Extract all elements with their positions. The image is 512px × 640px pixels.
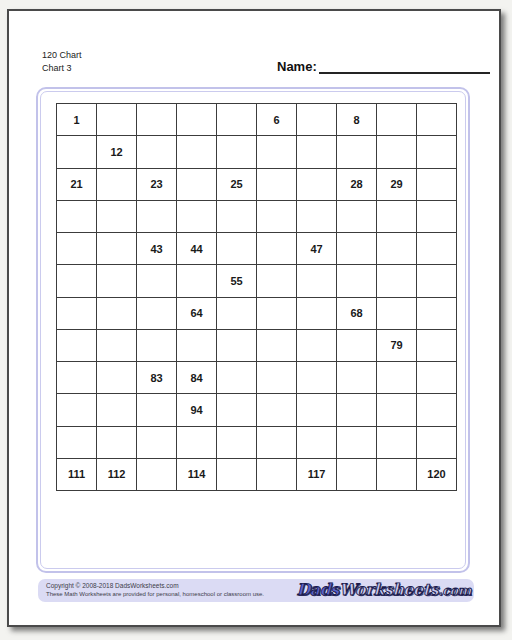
- grid-cell-r2c3[interactable]: [137, 136, 177, 168]
- grid-cell-r9c8[interactable]: [337, 362, 377, 394]
- grid-cell-r2c8[interactable]: [337, 136, 377, 168]
- grid-cell-r10c1[interactable]: [57, 394, 97, 426]
- grid-cell-r5c1[interactable]: [57, 233, 97, 265]
- grid-cell-r9c7[interactable]: [297, 362, 337, 394]
- grid-cell-r3c8: 28: [337, 169, 377, 201]
- grid-cell-r7c10[interactable]: [417, 298, 457, 330]
- grid-cell-r9c10[interactable]: [417, 362, 457, 394]
- logo-dads-text: Dads: [296, 580, 338, 599]
- grid-cell-r1c7[interactable]: [297, 104, 337, 136]
- grid-cell-r9c2[interactable]: [97, 362, 137, 394]
- grid-cell-r8c9: 79: [377, 330, 417, 362]
- grid-cell-r4c5[interactable]: [217, 201, 257, 233]
- grid-cell-r5c4: 44: [177, 233, 217, 265]
- grid-cell-r4c1[interactable]: [57, 201, 97, 233]
- grid-cell-r11c5[interactable]: [217, 427, 257, 459]
- grid-cell-r7c9[interactable]: [377, 298, 417, 330]
- grid-cell-r6c9[interactable]: [377, 265, 417, 297]
- grid-cell-r5c8[interactable]: [337, 233, 377, 265]
- name-label: Name:: [277, 59, 317, 74]
- grid-cell-r1c10[interactable]: [417, 104, 457, 136]
- grid-cell-r1c3[interactable]: [137, 104, 177, 136]
- grid-cell-r10c5[interactable]: [217, 394, 257, 426]
- grid-cell-r2c1[interactable]: [57, 136, 97, 168]
- grid-cell-r9c5[interactable]: [217, 362, 257, 394]
- grid-cell-r9c6[interactable]: [257, 362, 297, 394]
- logo-worksheets-text: Worksheets: [339, 580, 438, 599]
- grid-cell-r5c6[interactable]: [257, 233, 297, 265]
- grid-cell-r4c4[interactable]: [177, 201, 217, 233]
- grid-cell-r7c5[interactable]: [217, 298, 257, 330]
- grid-cell-r6c1[interactable]: [57, 265, 97, 297]
- grid-cell-r7c3[interactable]: [137, 298, 177, 330]
- grid-cell-r1c8: 8: [337, 104, 377, 136]
- grid-cell-r7c4: 64: [177, 298, 217, 330]
- grid-cell-r12c8[interactable]: [337, 459, 377, 491]
- copyright-line-2: These Math Worksheets are provided for p…: [46, 590, 264, 598]
- grid-cell-r3c4[interactable]: [177, 169, 217, 201]
- grid-cell-r8c2[interactable]: [97, 330, 137, 362]
- grid-cell-r12c3[interactable]: [137, 459, 177, 491]
- grid-cell-r4c9[interactable]: [377, 201, 417, 233]
- grid-cell-r2c10[interactable]: [417, 136, 457, 168]
- grid-cell-r3c3: 23: [137, 169, 177, 201]
- grid-cell-r6c10[interactable]: [417, 265, 457, 297]
- grid-cell-r7c7[interactable]: [297, 298, 337, 330]
- grid-cell-r10c9[interactable]: [377, 394, 417, 426]
- grid-cell-r7c6[interactable]: [257, 298, 297, 330]
- name-field: Name:: [277, 58, 490, 74]
- grid-cell-r11c9[interactable]: [377, 427, 417, 459]
- grid-cell-r8c5[interactable]: [217, 330, 257, 362]
- grid-cell-r7c1[interactable]: [57, 298, 97, 330]
- grid-cell-r8c8[interactable]: [337, 330, 377, 362]
- grid-cell-r12c10: 120: [417, 459, 457, 491]
- grid-cell-r2c5[interactable]: [217, 136, 257, 168]
- grid-cell-r12c6[interactable]: [257, 459, 297, 491]
- dadsworksheets-logo: DadsWorksheets.com: [296, 575, 471, 605]
- grid-cell-r1c4[interactable]: [177, 104, 217, 136]
- grid-cell-r4c2[interactable]: [97, 201, 137, 233]
- grid-cell-r3c7[interactable]: [297, 169, 337, 201]
- grid-cell-r9c1[interactable]: [57, 362, 97, 394]
- worksheet-page: 120 Chart Chart 3 Name: 1681221232528294…: [7, 9, 501, 627]
- copyright-text: Copyright © 2008-2018 DadsWorksheets.com…: [46, 582, 264, 598]
- grid-cell-r2c7[interactable]: [297, 136, 337, 168]
- grid-cell-r5c3: 43: [137, 233, 177, 265]
- grid-cell-r4c3[interactable]: [137, 201, 177, 233]
- grid-cell-r11c4[interactable]: [177, 427, 217, 459]
- grid-cell-r12c7: 117: [297, 459, 337, 491]
- grid-cell-r12c1: 111: [57, 459, 97, 491]
- grid-cell-r12c9[interactable]: [377, 459, 417, 491]
- grid-cell-r7c8: 68: [337, 298, 377, 330]
- grid-cell-r2c6[interactable]: [257, 136, 297, 168]
- worksheet-header: 120 Chart Chart 3: [42, 49, 82, 75]
- grid-cell-r2c9[interactable]: [377, 136, 417, 168]
- grid-cell-r8c1[interactable]: [57, 330, 97, 362]
- grid-cell-r10c2[interactable]: [97, 394, 137, 426]
- grid-cell-r8c3[interactable]: [137, 330, 177, 362]
- grid-cell-r10c6[interactable]: [257, 394, 297, 426]
- grid-cell-r5c2[interactable]: [97, 233, 137, 265]
- worksheet-screenshot: 120 Chart Chart 3 Name: 1681221232528294…: [0, 0, 512, 640]
- grid-cell-r3c1: 21: [57, 169, 97, 201]
- grid-cell-r9c4: 84: [177, 362, 217, 394]
- grid-cell-r6c5: 55: [217, 265, 257, 297]
- grid-cell-r11c3[interactable]: [137, 427, 177, 459]
- grid-cell-r5c5[interactable]: [217, 233, 257, 265]
- grid-cell-r10c10[interactable]: [417, 394, 457, 426]
- grid-cell-r12c2: 112: [97, 459, 137, 491]
- grid-cell-r3c9: 29: [377, 169, 417, 201]
- grid-cell-r3c6[interactable]: [257, 169, 297, 201]
- grid-cell-r11c10[interactable]: [417, 427, 457, 459]
- grid-cell-r2c4[interactable]: [177, 136, 217, 168]
- grid-cell-r2c2: 12: [97, 136, 137, 168]
- grid-cell-r11c2[interactable]: [97, 427, 137, 459]
- grid-cell-r1c6: 6: [257, 104, 297, 136]
- grid-cell-r10c4: 94: [177, 394, 217, 426]
- worksheet-title: 120 Chart: [42, 49, 82, 62]
- grid-cell-r8c7[interactable]: [297, 330, 337, 362]
- grid-cell-r6c2[interactable]: [97, 265, 137, 297]
- grid-cell-r5c7: 47: [297, 233, 337, 265]
- grid-cell-r7c2[interactable]: [97, 298, 137, 330]
- grid-cell-r11c6[interactable]: [257, 427, 297, 459]
- grid-cell-r9c9[interactable]: [377, 362, 417, 394]
- grid-cell-r3c10[interactable]: [417, 169, 457, 201]
- grid-cell-r8c10[interactable]: [417, 330, 457, 362]
- grid-cell-r6c3[interactable]: [137, 265, 177, 297]
- grid-cell-r11c7[interactable]: [297, 427, 337, 459]
- footer-bar: Copyright © 2008-2018 DadsWorksheets.com…: [38, 579, 474, 602]
- grid-cell-r4c8[interactable]: [337, 201, 377, 233]
- copyright-line-1: Copyright © 2008-2018 DadsWorksheets.com: [46, 582, 264, 590]
- number-grid: 1681221232528294344475564687983849411111…: [56, 103, 457, 491]
- grid-cell-r1c2[interactable]: [97, 104, 137, 136]
- grid-cell-r8c6[interactable]: [257, 330, 297, 362]
- grid-cell-r8c4[interactable]: [177, 330, 217, 362]
- grid-cell-r1c1: 1: [57, 104, 97, 136]
- grid-cell-r9c3: 83: [137, 362, 177, 394]
- grid-cell-r10c7[interactable]: [297, 394, 337, 426]
- grid-cell-r4c7[interactable]: [297, 201, 337, 233]
- grid-cell-r1c5[interactable]: [217, 104, 257, 136]
- grid-cell-r3c5: 25: [217, 169, 257, 201]
- grid-cell-r12c5[interactable]: [217, 459, 257, 491]
- grid-cell-r11c8[interactable]: [337, 427, 377, 459]
- worksheet-subtitle: Chart 3: [42, 62, 82, 75]
- grid-cell-r4c10[interactable]: [417, 201, 457, 233]
- grid-cell-r6c4[interactable]: [177, 265, 217, 297]
- name-write-in-line[interactable]: [319, 58, 490, 74]
- grid-cell-r10c3[interactable]: [137, 394, 177, 426]
- grid-cell-r4c6[interactable]: [257, 201, 297, 233]
- grid-cell-r6c7[interactable]: [297, 265, 337, 297]
- grid-cell-r12c4: 114: [177, 459, 217, 491]
- grid-cell-r5c9[interactable]: [377, 233, 417, 265]
- grid-cell-r5c10[interactable]: [417, 233, 457, 265]
- grid-cell-r3c2[interactable]: [97, 169, 137, 201]
- grid-cell-r1c9[interactable]: [377, 104, 417, 136]
- logo-com-text: .com: [438, 583, 471, 598]
- grid-cell-r6c6[interactable]: [257, 265, 297, 297]
- grid-cell-r10c8[interactable]: [337, 394, 377, 426]
- grid-cell-r11c1[interactable]: [57, 427, 97, 459]
- grid-cell-r6c8[interactable]: [337, 265, 377, 297]
